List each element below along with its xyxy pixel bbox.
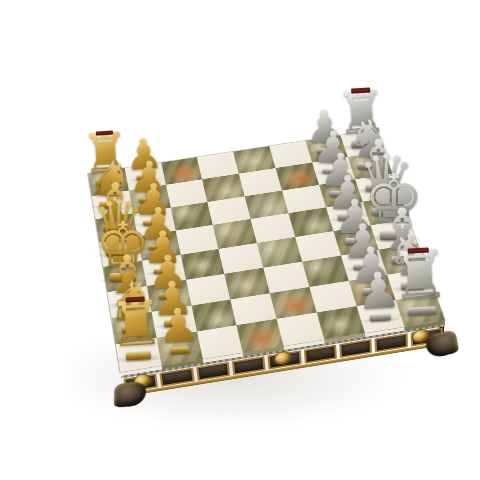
board-square [103,261,146,292]
board-square [340,249,387,280]
board-square [371,219,417,249]
board-square [180,249,224,280]
board-square [270,287,317,319]
perspective-scene [0,0,480,480]
board-square [99,237,142,267]
board-square [263,262,309,293]
board-square [137,231,180,261]
scroll-foot-left [114,381,146,407]
board-square [224,268,269,300]
board-square [142,255,186,286]
board-square [309,281,356,313]
camera-roll-wrap [0,0,480,480]
board-square [302,255,348,286]
board-square [257,237,302,267]
chess-board [88,130,445,372]
studio-photo: ♜♟♟♜♞♟♟♞♝♟♟♝♛♟♟♛♚♟♟♚♝♟♟♝♞♟♟♞♜♟♟♜ [0,0,480,480]
board-square [230,293,276,325]
board-square [219,243,264,274]
board-square [175,225,218,255]
board-square [146,280,190,312]
board-square [186,274,231,306]
board-square [107,286,151,318]
board-square [213,219,257,249]
board-square [191,299,237,332]
board-square [112,312,157,345]
board-square [151,305,196,338]
board-square [348,274,396,306]
